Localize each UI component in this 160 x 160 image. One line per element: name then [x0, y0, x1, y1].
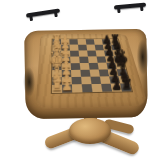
square-7-7: ♜: [120, 83, 131, 91]
table-top-scene: ♜♟♟♜♞♟♟♞♝♟♟♝♛♟♟♛♚♟♟♚♝♟♟♝♞♟♟♞♜♟♟♜: [0, 0, 160, 160]
chess-table-photo: ♜♟♟♜♞♟♟♞♝♟♟♝♛♟♟♛♚♟♟♚♝♟♟♝♞♟♟♞♜♟♟♜: [0, 0, 160, 160]
piece-wP: ♟: [62, 80, 73, 93]
table-top: ♜♟♟♜♞♟♟♞♝♟♟♝♛♟♟♛♚♟♟♚♝♟♟♝♞♟♟♞♜♟♟♜: [36, 34, 149, 109]
square-7-1: ♟: [62, 85, 72, 93]
chess-board: ♜♟♟♜♞♟♟♞♝♟♟♝♛♟♟♛♚♟♟♚♝♟♟♝♞♟♟♞♜♟♟♜: [51, 39, 133, 95]
piece-bR: ♜: [121, 78, 133, 92]
